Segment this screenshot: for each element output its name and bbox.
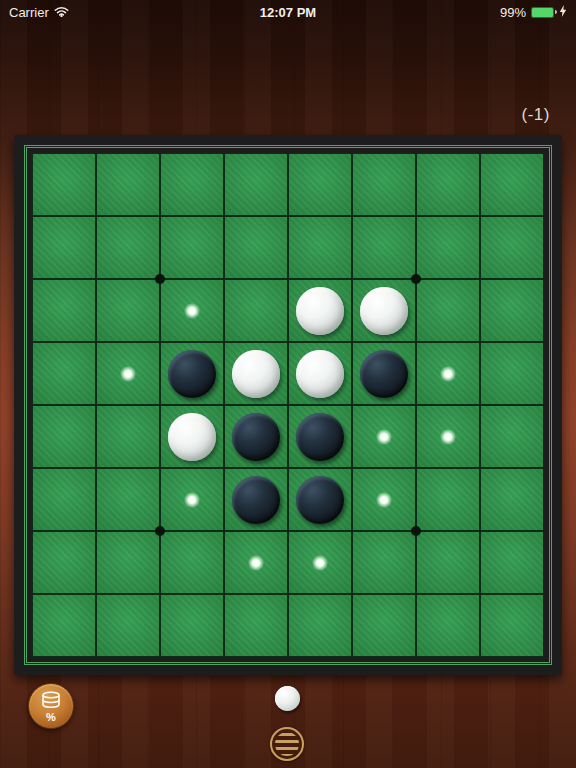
cell-e6[interactable] bbox=[288, 468, 352, 531]
clock-label: 12:07 PM bbox=[260, 5, 316, 20]
cell-d7[interactable] bbox=[224, 531, 288, 594]
cell-g5[interactable] bbox=[416, 405, 480, 468]
cell-h6[interactable] bbox=[480, 468, 544, 531]
white-disc-d4 bbox=[232, 350, 280, 398]
cell-e5[interactable] bbox=[288, 405, 352, 468]
cell-b6[interactable] bbox=[96, 468, 160, 531]
cell-f3[interactable] bbox=[352, 279, 416, 342]
cell-g4[interactable] bbox=[416, 342, 480, 405]
cell-d2[interactable] bbox=[224, 216, 288, 279]
cell-b3[interactable] bbox=[96, 279, 160, 342]
battery-icon bbox=[531, 7, 554, 18]
cell-g1[interactable] bbox=[416, 153, 480, 216]
black-disc-e5 bbox=[296, 413, 344, 461]
othello-board-frame bbox=[14, 135, 562, 675]
cell-d6[interactable] bbox=[224, 468, 288, 531]
charging-bolt-icon bbox=[559, 5, 567, 20]
cell-h8[interactable] bbox=[480, 594, 544, 657]
status-bar: Carrier 12:07 PM 99% bbox=[0, 0, 576, 24]
legal-move-dot-e7[interactable] bbox=[312, 555, 328, 571]
black-disc-f4 bbox=[360, 350, 408, 398]
cell-b4[interactable] bbox=[96, 342, 160, 405]
cell-d8[interactable] bbox=[224, 594, 288, 657]
cell-f5[interactable] bbox=[352, 405, 416, 468]
cell-g2[interactable] bbox=[416, 216, 480, 279]
cell-b1[interactable] bbox=[96, 153, 160, 216]
cell-g7[interactable] bbox=[416, 531, 480, 594]
legal-move-dot-c6[interactable] bbox=[184, 492, 200, 508]
cell-b7[interactable] bbox=[96, 531, 160, 594]
cell-h4[interactable] bbox=[480, 342, 544, 405]
menu-grill-icon bbox=[275, 732, 299, 756]
cell-h7[interactable] bbox=[480, 531, 544, 594]
menu-button[interactable] bbox=[270, 727, 304, 761]
turn-indicator-white-disc bbox=[275, 686, 300, 711]
cell-c7[interactable] bbox=[160, 531, 224, 594]
legal-move-dot-b4[interactable] bbox=[120, 366, 136, 382]
black-disc-c4 bbox=[168, 350, 216, 398]
disc-stack-icon bbox=[40, 691, 62, 713]
carrier-label: Carrier bbox=[9, 5, 49, 20]
star-point bbox=[411, 274, 421, 284]
status-bar-right: 99% bbox=[500, 5, 567, 20]
cell-e3[interactable] bbox=[288, 279, 352, 342]
cell-f1[interactable] bbox=[352, 153, 416, 216]
cell-f6[interactable] bbox=[352, 468, 416, 531]
star-point bbox=[155, 526, 165, 536]
battery-percent-label: 99% bbox=[500, 5, 526, 20]
legal-move-dot-c3[interactable] bbox=[184, 303, 200, 319]
cell-a2[interactable] bbox=[32, 216, 96, 279]
legal-move-dot-f5[interactable] bbox=[376, 429, 392, 445]
cell-g3[interactable] bbox=[416, 279, 480, 342]
othello-board bbox=[32, 153, 544, 657]
star-point bbox=[155, 274, 165, 284]
cell-a5[interactable] bbox=[32, 405, 96, 468]
cell-f7[interactable] bbox=[352, 531, 416, 594]
cell-g8[interactable] bbox=[416, 594, 480, 657]
board-pinstripe-border bbox=[24, 145, 552, 665]
legal-move-dot-f6[interactable] bbox=[376, 492, 392, 508]
star-point bbox=[411, 526, 421, 536]
cell-d5[interactable] bbox=[224, 405, 288, 468]
cell-d1[interactable] bbox=[224, 153, 288, 216]
cell-c8[interactable] bbox=[160, 594, 224, 657]
cell-f4[interactable] bbox=[352, 342, 416, 405]
cell-a6[interactable] bbox=[32, 468, 96, 531]
white-disc-e3 bbox=[296, 287, 344, 335]
wifi-icon bbox=[54, 5, 69, 20]
cell-c5[interactable] bbox=[160, 405, 224, 468]
legal-move-dot-g5[interactable] bbox=[440, 429, 456, 445]
cell-a7[interactable] bbox=[32, 531, 96, 594]
black-disc-d5 bbox=[232, 413, 280, 461]
cell-a3[interactable] bbox=[32, 279, 96, 342]
cell-c1[interactable] bbox=[160, 153, 224, 216]
cell-a8[interactable] bbox=[32, 594, 96, 657]
cell-e7[interactable] bbox=[288, 531, 352, 594]
cell-c4[interactable] bbox=[160, 342, 224, 405]
cell-e1[interactable] bbox=[288, 153, 352, 216]
cell-b2[interactable] bbox=[96, 216, 160, 279]
cell-h3[interactable] bbox=[480, 279, 544, 342]
percent-label: % bbox=[46, 712, 56, 722]
cell-c3[interactable] bbox=[160, 279, 224, 342]
cell-e8[interactable] bbox=[288, 594, 352, 657]
cell-b8[interactable] bbox=[96, 594, 160, 657]
cell-a4[interactable] bbox=[32, 342, 96, 405]
cell-c6[interactable] bbox=[160, 468, 224, 531]
score-label: (-1) bbox=[522, 105, 550, 125]
cell-d3[interactable] bbox=[224, 279, 288, 342]
cell-d4[interactable] bbox=[224, 342, 288, 405]
legal-move-dot-g4[interactable] bbox=[440, 366, 456, 382]
white-disc-c5 bbox=[168, 413, 216, 461]
white-disc-e4 bbox=[296, 350, 344, 398]
cell-c2[interactable] bbox=[160, 216, 224, 279]
cell-h5[interactable] bbox=[480, 405, 544, 468]
cell-h2[interactable] bbox=[480, 216, 544, 279]
cell-a1[interactable] bbox=[32, 153, 96, 216]
black-disc-d6 bbox=[232, 476, 280, 524]
cell-h1[interactable] bbox=[480, 153, 544, 216]
cell-f2[interactable] bbox=[352, 216, 416, 279]
black-disc-e6 bbox=[296, 476, 344, 524]
cell-e2[interactable] bbox=[288, 216, 352, 279]
legal-move-dot-d7[interactable] bbox=[248, 555, 264, 571]
cell-g6[interactable] bbox=[416, 468, 480, 531]
cell-b5[interactable] bbox=[96, 405, 160, 468]
disc-count-stats-button[interactable]: % bbox=[28, 683, 74, 729]
white-disc-f3 bbox=[360, 287, 408, 335]
cell-f8[interactable] bbox=[352, 594, 416, 657]
cell-e4[interactable] bbox=[288, 342, 352, 405]
status-bar-left: Carrier bbox=[9, 5, 69, 20]
